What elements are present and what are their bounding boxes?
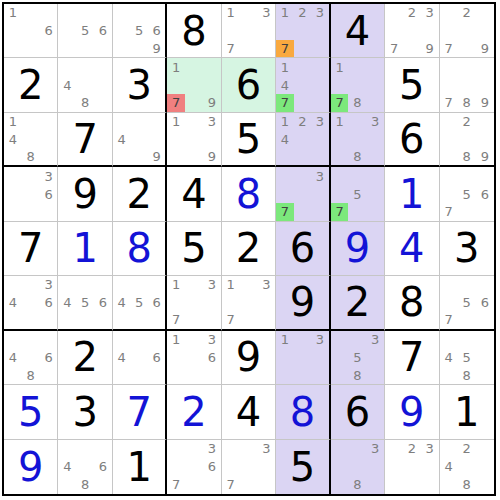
cell-r6c9[interactable]: 567 bbox=[440, 276, 494, 330]
candidate-grid: 289 bbox=[440, 113, 494, 165]
candidate-2: 2 bbox=[403, 4, 421, 22]
candidate-4: 4 bbox=[58, 458, 76, 476]
candidate-3: 3 bbox=[311, 167, 328, 185]
cell-r4c1[interactable]: 36 bbox=[4, 167, 58, 221]
cell-value: 5 bbox=[167, 222, 220, 275]
cell-value: 6 bbox=[276, 222, 328, 275]
cell-r8c8[interactable]: 9 bbox=[385, 385, 439, 439]
candidate-2: 2 bbox=[294, 4, 311, 22]
cell-r9c7[interactable]: 38 bbox=[331, 440, 385, 494]
cell-r3c7[interactable]: 138 bbox=[331, 113, 385, 167]
cell-r6c4[interactable]: 137 bbox=[167, 276, 221, 330]
candidate-grid: 248 bbox=[440, 440, 494, 494]
candidate-4: 4 bbox=[113, 130, 130, 147]
candidate-9: 9 bbox=[148, 40, 165, 58]
candidate-6: 6 bbox=[148, 22, 165, 40]
cell-r7c2[interactable]: 2 bbox=[58, 331, 112, 385]
cell-r3c3[interactable]: 49 bbox=[113, 113, 167, 167]
cell-r7c9[interactable]: 458 bbox=[440, 331, 494, 385]
candidate-9: 9 bbox=[476, 40, 494, 58]
cell-value: 5 bbox=[222, 113, 275, 165]
candidate-3: 3 bbox=[203, 113, 221, 130]
cell-r4c2[interactable]: 9 bbox=[58, 167, 112, 221]
cell-r1c2[interactable]: 56 bbox=[58, 4, 112, 58]
cell-r5c4[interactable]: 5 bbox=[167, 222, 221, 276]
sudoku-board: 1656569813712374237927924831796147178578… bbox=[2, 2, 496, 496]
candidate-7: 7 bbox=[167, 311, 185, 328]
cell-value: 5 bbox=[4, 385, 57, 438]
cell-r6c2[interactable]: 456 bbox=[58, 276, 112, 330]
cell-r8c9[interactable]: 1 bbox=[440, 385, 494, 439]
candidate-1: 1 bbox=[222, 4, 240, 22]
candidate-1: 1 bbox=[167, 113, 185, 130]
cell-r8c2[interactable]: 3 bbox=[58, 385, 112, 439]
cell-r6c3[interactable]: 456 bbox=[113, 276, 167, 330]
candidate-2: 2 bbox=[458, 440, 476, 458]
candidate-grid: 178 bbox=[331, 58, 384, 111]
candidate-7: 7 bbox=[276, 203, 293, 221]
cell-r7c5[interactable]: 9 bbox=[222, 331, 276, 385]
candidate-6: 6 bbox=[148, 348, 165, 366]
candidate-7: 7 bbox=[331, 203, 349, 221]
candidate-3: 3 bbox=[203, 331, 221, 349]
candidate-1: 1 bbox=[4, 113, 22, 130]
cell-r2c2[interactable]: 48 bbox=[58, 58, 112, 112]
candidate-3: 3 bbox=[203, 440, 221, 458]
candidate-3: 3 bbox=[40, 276, 58, 293]
candidate-3: 3 bbox=[311, 331, 328, 349]
cell-r8c1[interactable]: 5 bbox=[4, 385, 58, 439]
cell-value: 1 bbox=[113, 440, 165, 494]
cell-r3c6[interactable]: 1234 bbox=[276, 113, 330, 167]
candidate-grid: 1237 bbox=[276, 4, 328, 57]
candidate-3: 3 bbox=[366, 440, 384, 458]
candidate-8: 8 bbox=[458, 148, 476, 165]
candidate-5: 5 bbox=[348, 348, 366, 366]
cell-value: 2 bbox=[222, 222, 275, 275]
candidate-5: 5 bbox=[76, 22, 94, 40]
candidate-6: 6 bbox=[40, 22, 58, 40]
candidate-grid: 16 bbox=[4, 4, 57, 57]
candidate-2: 2 bbox=[294, 113, 311, 130]
cell-r7c8[interactable]: 7 bbox=[385, 331, 439, 385]
cell-r6c6[interactable]: 9 bbox=[276, 276, 330, 330]
cell-r9c3[interactable]: 1 bbox=[113, 440, 167, 494]
cell-r5c6[interactable]: 6 bbox=[276, 222, 330, 276]
cell-value: 2 bbox=[58, 331, 111, 384]
cell-r5c3[interactable]: 8 bbox=[113, 222, 167, 276]
cell-r3c1[interactable]: 148 bbox=[4, 113, 58, 167]
cell-r3c2[interactable]: 7 bbox=[58, 113, 112, 167]
cell-value: 8 bbox=[113, 222, 165, 275]
candidate-1: 1 bbox=[222, 276, 240, 293]
candidate-grid: 367 bbox=[167, 440, 220, 494]
candidate-grid: 57 bbox=[331, 167, 384, 220]
cell-r3c9[interactable]: 289 bbox=[440, 113, 494, 167]
cell-r1c9[interactable]: 279 bbox=[440, 4, 494, 58]
cell-r7c1[interactable]: 468 bbox=[4, 331, 58, 385]
candidate-grid: 48 bbox=[58, 58, 111, 111]
candidate-grid: 789 bbox=[440, 58, 494, 111]
candidate-9: 9 bbox=[476, 148, 494, 165]
candidate-1: 1 bbox=[4, 4, 22, 22]
cell-r4c3[interactable]: 2 bbox=[113, 167, 167, 221]
candidate-3: 3 bbox=[257, 276, 275, 293]
candidate-6: 6 bbox=[203, 458, 221, 476]
candidate-6: 6 bbox=[40, 185, 58, 203]
candidate-4: 4 bbox=[440, 348, 458, 366]
cell-value: 5 bbox=[385, 58, 438, 111]
candidate-6: 6 bbox=[94, 294, 112, 311]
candidate-8: 8 bbox=[348, 366, 366, 384]
candidate-7: 7 bbox=[222, 311, 240, 328]
cell-r1c5[interactable]: 137 bbox=[222, 4, 276, 58]
candidate-grid: 13 bbox=[276, 331, 328, 384]
candidate-7: 7 bbox=[440, 311, 458, 328]
cell-r5c1[interactable]: 7 bbox=[4, 222, 58, 276]
candidate-7: 7 bbox=[276, 40, 293, 58]
cell-r3c8[interactable]: 6 bbox=[385, 113, 439, 167]
cell-value: 5 bbox=[276, 440, 328, 494]
cell-r6c5[interactable]: 137 bbox=[222, 276, 276, 330]
cell-r1c8[interactable]: 2379 bbox=[385, 4, 439, 58]
cell-r6c7[interactable]: 2 bbox=[331, 276, 385, 330]
candidate-4: 4 bbox=[113, 348, 130, 366]
candidate-grid: 569 bbox=[113, 4, 165, 57]
cell-r9c4[interactable]: 367 bbox=[167, 440, 221, 494]
cell-r8c5[interactable]: 4 bbox=[222, 385, 276, 439]
candidate-3: 3 bbox=[421, 4, 439, 22]
candidate-grid: 2379 bbox=[385, 4, 438, 57]
cell-r2c4[interactable]: 179 bbox=[167, 58, 221, 112]
cell-r4c8[interactable]: 1 bbox=[385, 167, 439, 221]
candidate-grid: 37 bbox=[222, 440, 275, 494]
candidate-grid: 23 bbox=[385, 440, 438, 494]
cell-value: 2 bbox=[113, 167, 165, 220]
candidate-5: 5 bbox=[76, 294, 94, 311]
candidate-grid: 37 bbox=[276, 167, 328, 220]
candidate-5: 5 bbox=[348, 185, 366, 203]
candidate-6: 6 bbox=[94, 22, 112, 40]
candidate-1: 1 bbox=[331, 113, 349, 130]
cell-r3c4[interactable]: 139 bbox=[167, 113, 221, 167]
candidate-grid: 468 bbox=[58, 440, 111, 494]
candidate-6: 6 bbox=[203, 348, 221, 366]
candidate-7: 7 bbox=[222, 40, 240, 58]
candidate-grid: 36 bbox=[4, 167, 57, 220]
candidate-3: 3 bbox=[257, 440, 275, 458]
cell-r5c9[interactable]: 3 bbox=[440, 222, 494, 276]
cell-value: 9 bbox=[331, 222, 384, 275]
candidate-grid: 279 bbox=[440, 4, 494, 57]
candidate-grid: 137 bbox=[222, 276, 275, 328]
cell-value: 8 bbox=[167, 4, 220, 57]
candidate-6: 6 bbox=[94, 458, 112, 476]
cell-r2c7[interactable]: 178 bbox=[331, 58, 385, 112]
cell-r2c5[interactable]: 6 bbox=[222, 58, 276, 112]
candidate-5: 5 bbox=[458, 294, 476, 311]
candidate-8: 8 bbox=[348, 148, 366, 165]
candidate-7: 7 bbox=[167, 94, 185, 112]
candidate-6: 6 bbox=[148, 294, 165, 311]
cell-r4c9[interactable]: 567 bbox=[440, 167, 494, 221]
candidate-2: 2 bbox=[458, 4, 476, 22]
cell-value: 4 bbox=[222, 385, 275, 438]
candidate-1: 1 bbox=[167, 331, 185, 349]
candidate-5: 5 bbox=[130, 22, 147, 40]
sudoku-app: 1656569813712374237927924831796147178578… bbox=[0, 0, 500, 500]
candidate-4: 4 bbox=[4, 294, 22, 311]
candidate-grid: 56 bbox=[58, 4, 111, 57]
cell-r1c1[interactable]: 16 bbox=[4, 4, 58, 58]
cell-r5c5[interactable]: 2 bbox=[222, 222, 276, 276]
candidate-3: 3 bbox=[257, 4, 275, 22]
candidate-1: 1 bbox=[276, 4, 293, 22]
cell-r7c3[interactable]: 46 bbox=[113, 331, 167, 385]
candidate-grid: 49 bbox=[113, 113, 165, 165]
candidate-7: 7 bbox=[440, 203, 458, 221]
cell-value: 1 bbox=[385, 167, 438, 220]
cell-r2c9[interactable]: 789 bbox=[440, 58, 494, 112]
cell-value: 2 bbox=[331, 276, 384, 328]
cell-r2c1[interactable]: 2 bbox=[4, 58, 58, 112]
candidate-9: 9 bbox=[476, 94, 494, 112]
candidate-8: 8 bbox=[458, 476, 476, 494]
cell-r1c7[interactable]: 4 bbox=[331, 4, 385, 58]
candidate-grid: 179 bbox=[167, 58, 220, 111]
candidate-grid: 137 bbox=[167, 276, 220, 328]
candidate-3: 3 bbox=[366, 331, 384, 349]
cell-value: 4 bbox=[331, 4, 384, 57]
cell-value: 3 bbox=[58, 385, 111, 438]
candidate-grid: 136 bbox=[167, 331, 220, 384]
candidate-6: 6 bbox=[476, 185, 494, 203]
candidate-3: 3 bbox=[366, 113, 384, 130]
cell-r1c6[interactable]: 1237 bbox=[276, 4, 330, 58]
candidate-grid: 138 bbox=[331, 113, 384, 165]
cell-r5c7[interactable]: 9 bbox=[331, 222, 385, 276]
candidate-grid: 137 bbox=[222, 4, 275, 57]
candidate-8: 8 bbox=[76, 476, 94, 494]
cell-r9c6[interactable]: 5 bbox=[276, 440, 330, 494]
candidate-7: 7 bbox=[167, 476, 185, 494]
candidate-grid: 147 bbox=[276, 58, 328, 111]
cell-value: 7 bbox=[385, 331, 438, 384]
candidate-1: 1 bbox=[276, 58, 293, 76]
cell-r1c4[interactable]: 8 bbox=[167, 4, 221, 58]
cell-r6c1[interactable]: 346 bbox=[4, 276, 58, 330]
cell-value: 8 bbox=[385, 276, 438, 328]
cell-r4c7[interactable]: 57 bbox=[331, 167, 385, 221]
cell-r9c9[interactable]: 248 bbox=[440, 440, 494, 494]
candidate-8: 8 bbox=[348, 476, 366, 494]
cell-value: 4 bbox=[385, 222, 438, 275]
candidate-7: 7 bbox=[222, 476, 240, 494]
cell-r2c8[interactable]: 5 bbox=[385, 58, 439, 112]
cell-r8c4[interactable]: 2 bbox=[167, 385, 221, 439]
cell-value: 9 bbox=[222, 331, 275, 384]
candidate-7: 7 bbox=[440, 94, 458, 112]
cell-r9c8[interactable]: 23 bbox=[385, 440, 439, 494]
candidate-7: 7 bbox=[331, 94, 349, 112]
cell-r2c6[interactable]: 147 bbox=[276, 58, 330, 112]
cell-r7c7[interactable]: 358 bbox=[331, 331, 385, 385]
candidate-3: 3 bbox=[311, 4, 328, 22]
cell-value: 6 bbox=[331, 385, 384, 438]
candidate-2: 2 bbox=[458, 113, 476, 130]
candidate-grid: 46 bbox=[113, 331, 165, 384]
cell-r5c2[interactable]: 1 bbox=[58, 222, 112, 276]
candidate-7: 7 bbox=[440, 40, 458, 58]
cell-r6c8[interactable]: 8 bbox=[385, 276, 439, 330]
candidate-3: 3 bbox=[40, 167, 58, 185]
cell-r4c4[interactable]: 4 bbox=[167, 167, 221, 221]
candidate-grid: 1234 bbox=[276, 113, 328, 165]
candidate-5: 5 bbox=[130, 294, 147, 311]
candidate-4: 4 bbox=[58, 76, 76, 94]
cell-r2c3[interactable]: 3 bbox=[113, 58, 167, 112]
cell-value: 9 bbox=[58, 167, 111, 220]
cell-r8c3[interactable]: 7 bbox=[113, 385, 167, 439]
candidate-grid: 346 bbox=[4, 276, 57, 328]
candidate-4: 4 bbox=[4, 130, 22, 147]
candidate-4: 4 bbox=[440, 458, 458, 476]
candidate-6: 6 bbox=[40, 294, 58, 311]
candidate-grid: 139 bbox=[167, 113, 220, 165]
cell-value: 4 bbox=[167, 167, 220, 220]
candidate-grid: 458 bbox=[440, 331, 494, 384]
candidate-8: 8 bbox=[22, 366, 40, 384]
cell-r9c5[interactable]: 37 bbox=[222, 440, 276, 494]
candidate-1: 1 bbox=[276, 113, 293, 130]
candidate-9: 9 bbox=[203, 94, 221, 112]
candidate-grid: 38 bbox=[331, 440, 384, 494]
candidate-1: 1 bbox=[276, 331, 293, 349]
cell-value: 1 bbox=[440, 385, 494, 438]
cell-r1c3[interactable]: 569 bbox=[113, 4, 167, 58]
cell-r8c6[interactable]: 8 bbox=[276, 385, 330, 439]
candidate-5: 5 bbox=[458, 185, 476, 203]
candidate-7: 7 bbox=[276, 94, 293, 112]
candidate-4: 4 bbox=[276, 130, 293, 147]
cell-value: 7 bbox=[113, 385, 165, 438]
candidate-grid: 456 bbox=[113, 276, 165, 328]
candidate-5: 5 bbox=[458, 348, 476, 366]
candidate-grid: 567 bbox=[440, 276, 494, 328]
candidate-2: 2 bbox=[403, 440, 421, 458]
cell-value: 3 bbox=[440, 222, 494, 275]
candidate-grid: 358 bbox=[331, 331, 384, 384]
cell-value: 3 bbox=[113, 58, 165, 111]
cell-r7c4[interactable]: 136 bbox=[167, 331, 221, 385]
candidate-8: 8 bbox=[22, 148, 40, 165]
candidate-9: 9 bbox=[203, 148, 221, 165]
candidate-7: 7 bbox=[385, 40, 403, 58]
cell-r5c8[interactable]: 4 bbox=[385, 222, 439, 276]
cell-r8c7[interactable]: 6 bbox=[331, 385, 385, 439]
candidate-grid: 148 bbox=[4, 113, 57, 165]
cell-r4c5[interactable]: 8 bbox=[222, 167, 276, 221]
cell-value: 8 bbox=[222, 167, 275, 220]
cell-value: 8 bbox=[276, 385, 328, 438]
cell-value: 1 bbox=[58, 222, 111, 275]
candidate-6: 6 bbox=[40, 348, 58, 366]
candidate-grid: 468 bbox=[4, 331, 57, 384]
cell-value: 6 bbox=[385, 113, 438, 165]
candidate-1: 1 bbox=[331, 58, 349, 76]
candidate-3: 3 bbox=[311, 113, 328, 130]
cell-value: 2 bbox=[167, 385, 220, 438]
candidate-8: 8 bbox=[348, 94, 366, 112]
cell-value: 9 bbox=[4, 440, 57, 494]
candidate-9: 9 bbox=[148, 148, 165, 165]
candidate-4: 4 bbox=[4, 348, 22, 366]
candidate-8: 8 bbox=[76, 94, 94, 112]
cell-value: 7 bbox=[58, 113, 111, 165]
candidate-6: 6 bbox=[476, 294, 494, 311]
candidate-4: 4 bbox=[276, 76, 293, 94]
candidate-8: 8 bbox=[458, 366, 476, 384]
candidate-4: 4 bbox=[58, 294, 76, 311]
candidate-9: 9 bbox=[421, 40, 439, 58]
cell-value: 9 bbox=[276, 276, 328, 328]
candidate-3: 3 bbox=[203, 276, 221, 293]
candidate-3: 3 bbox=[421, 440, 439, 458]
candidate-1: 1 bbox=[167, 58, 185, 76]
candidate-8: 8 bbox=[458, 94, 476, 112]
cell-r3c5[interactable]: 5 bbox=[222, 113, 276, 167]
cell-r9c1[interactable]: 9 bbox=[4, 440, 58, 494]
candidate-1: 1 bbox=[167, 276, 185, 293]
cell-r7c6[interactable]: 13 bbox=[276, 331, 330, 385]
cell-r9c2[interactable]: 468 bbox=[58, 440, 112, 494]
cell-value: 9 bbox=[385, 385, 438, 438]
cell-value: 2 bbox=[4, 58, 57, 111]
cell-r4c6[interactable]: 37 bbox=[276, 167, 330, 221]
candidate-4: 4 bbox=[113, 294, 130, 311]
candidate-grid: 456 bbox=[58, 276, 111, 328]
cell-value: 7 bbox=[4, 222, 57, 275]
candidate-grid: 567 bbox=[440, 167, 494, 220]
cell-value: 6 bbox=[222, 58, 275, 111]
